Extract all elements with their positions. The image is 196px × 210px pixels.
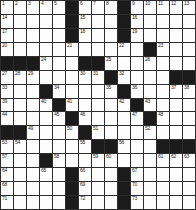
crossword-cell[interactable]: 63 xyxy=(183,154,195,167)
crossword-cell[interactable] xyxy=(40,71,52,84)
crossword-cell[interactable] xyxy=(27,99,39,112)
crossword-cell[interactable] xyxy=(131,126,143,139)
black-cell xyxy=(14,126,26,139)
clue-number: 51 xyxy=(93,126,98,132)
crossword-cell[interactable] xyxy=(53,43,65,56)
crossword-cell[interactable] xyxy=(105,168,117,181)
crossword-cell[interactable]: 42 xyxy=(118,99,130,112)
crossword-cell[interactable]: 65 xyxy=(40,168,52,181)
clue-number: 1 xyxy=(2,1,5,7)
black-cell xyxy=(144,43,156,56)
crossword-cell[interactable] xyxy=(53,15,65,28)
clue-number: 37 xyxy=(171,85,176,91)
crossword-cell[interactable]: 32 xyxy=(118,71,130,84)
crossword-cell[interactable]: 51 xyxy=(92,126,104,139)
crossword-cell[interactable] xyxy=(170,15,182,28)
black-cell xyxy=(40,85,52,98)
crossword-cell[interactable] xyxy=(183,99,195,112)
crossword-cell[interactable]: 8 xyxy=(105,1,117,14)
crossword-cell[interactable] xyxy=(40,140,52,153)
clue-number: 64 xyxy=(2,168,7,174)
clue-number: 31 xyxy=(93,71,98,77)
black-cell xyxy=(157,140,169,153)
crossword-cell[interactable] xyxy=(157,15,169,28)
black-cell xyxy=(66,15,78,28)
clue-number: 55 xyxy=(80,140,85,146)
clue-number: 65 xyxy=(41,168,46,174)
crossword-cell[interactable] xyxy=(92,112,104,125)
crossword-cell[interactable]: 48 xyxy=(157,112,169,125)
crossword-cell[interactable] xyxy=(131,140,143,153)
clue-number: 45 xyxy=(54,112,59,118)
clue-number: 57 xyxy=(2,154,7,160)
crossword-cell[interactable]: 17 xyxy=(1,29,13,42)
crossword-cell[interactable]: 22 xyxy=(118,43,130,56)
crossword-cell[interactable] xyxy=(170,126,182,139)
clue-number: 23 xyxy=(158,43,163,49)
crossword-cell[interactable]: 45 xyxy=(53,112,65,125)
crossword-cell[interactable] xyxy=(27,15,39,28)
black-cell xyxy=(40,154,52,167)
crossword-cell[interactable]: 10 xyxy=(144,1,156,14)
crossword-cell[interactable]: 49 xyxy=(27,126,39,139)
crossword-cell[interactable]: 69 xyxy=(79,182,91,195)
crossword-cell[interactable] xyxy=(170,168,182,181)
crossword-cell[interactable]: 7 xyxy=(92,1,104,14)
black-cell xyxy=(105,140,117,153)
clue-number: 50 xyxy=(67,126,72,132)
crossword-cell[interactable] xyxy=(157,71,169,84)
crossword-cell[interactable] xyxy=(157,85,169,98)
black-cell xyxy=(183,71,195,84)
crossword-cell[interactable] xyxy=(183,43,195,56)
crossword-cell[interactable]: 56 xyxy=(118,140,130,153)
crossword-cell[interactable] xyxy=(183,15,195,28)
black-cell xyxy=(66,112,78,125)
crossword-cell[interactable]: 31 xyxy=(92,71,104,84)
crossword-cell[interactable]: 11 xyxy=(157,1,169,14)
black-cell xyxy=(1,57,13,70)
crossword-cell[interactable] xyxy=(157,196,169,209)
crossword-cell[interactable] xyxy=(40,43,52,56)
black-cell xyxy=(118,29,130,42)
clue-number: 25 xyxy=(106,57,111,63)
clue-number: 28 xyxy=(15,71,20,77)
crossword-cell[interactable] xyxy=(105,196,117,209)
crossword-cell[interactable] xyxy=(79,85,91,98)
crossword-cell[interactable] xyxy=(183,196,195,209)
crossword-cell[interactable]: 18 xyxy=(79,29,91,42)
crossword-cell[interactable] xyxy=(170,43,182,56)
crossword-cell[interactable] xyxy=(183,112,195,125)
crossword-cell[interactable] xyxy=(157,126,169,139)
crossword-cell[interactable] xyxy=(92,168,104,181)
crossword-cell[interactable]: 15 xyxy=(79,15,91,28)
crossword-cell[interactable]: 52 xyxy=(144,126,156,139)
crossword-cell[interactable] xyxy=(170,182,182,195)
crossword-cell[interactable] xyxy=(40,15,52,28)
crossword-grid: 1234567891011121314151617181920212223242… xyxy=(0,0,196,210)
crossword-cell[interactable] xyxy=(183,168,195,181)
crossword-cell[interactable]: 34 xyxy=(53,85,65,98)
crossword-cell[interactable] xyxy=(131,154,143,167)
black-cell xyxy=(66,196,78,209)
crossword-cell[interactable] xyxy=(79,43,91,56)
clue-number: 66 xyxy=(80,168,85,174)
crossword-cell[interactable]: 55 xyxy=(79,140,91,153)
clue-number: 71 xyxy=(2,196,7,202)
black-cell xyxy=(118,15,130,28)
crossword-cell[interactable] xyxy=(27,29,39,42)
clue-number: 69 xyxy=(80,182,85,188)
crossword-cell[interactable]: 29 xyxy=(27,71,39,84)
clue-number: 67 xyxy=(132,168,137,174)
crossword-cell[interactable] xyxy=(170,29,182,42)
crossword-cell[interactable] xyxy=(105,43,117,56)
crossword-cell[interactable] xyxy=(53,196,65,209)
crossword-cell[interactable] xyxy=(14,15,26,28)
clue-number: 12 xyxy=(171,1,176,7)
crossword-cell[interactable]: 64 xyxy=(1,168,13,181)
clue-number: 52 xyxy=(145,126,150,132)
clue-number: 58 xyxy=(54,154,59,160)
crossword-cell[interactable]: 46 xyxy=(79,112,91,125)
crossword-cell[interactable] xyxy=(53,71,65,84)
crossword-cell[interactable] xyxy=(118,154,130,167)
crossword-cell[interactable]: 54 xyxy=(14,140,26,153)
crossword-cell[interactable]: 6 xyxy=(79,1,91,14)
crossword-cell[interactable]: 62 xyxy=(170,154,182,167)
black-cell xyxy=(66,1,78,14)
clue-number: 26 xyxy=(145,57,150,63)
crossword-cell[interactable] xyxy=(53,29,65,42)
clue-number: 72 xyxy=(80,196,85,202)
black-cell xyxy=(1,126,13,139)
clue-number: 49 xyxy=(28,126,33,132)
crossword-cell[interactable] xyxy=(14,182,26,195)
crossword-cell[interactable] xyxy=(27,168,39,181)
clue-number: 41 xyxy=(67,99,72,105)
crossword-cell[interactable] xyxy=(183,29,195,42)
black-cell xyxy=(79,126,91,139)
crossword-cell[interactable]: 67 xyxy=(131,168,143,181)
crossword-cell[interactable]: 72 xyxy=(79,196,91,209)
crossword-cell[interactable] xyxy=(157,182,169,195)
crossword-cell[interactable] xyxy=(131,57,143,70)
crossword-cell[interactable] xyxy=(66,57,78,70)
clue-number: 2 xyxy=(15,1,18,7)
crossword-cell[interactable] xyxy=(14,112,26,125)
crossword-cell[interactable]: 12 xyxy=(170,1,182,14)
clue-number: 15 xyxy=(80,15,85,21)
crossword-cell[interactable]: 1 xyxy=(1,1,13,14)
crossword-cell[interactable]: 43 xyxy=(144,99,156,112)
crossword-cell[interactable] xyxy=(66,140,78,153)
crossword-cell[interactable]: 2 xyxy=(14,1,26,14)
crossword-cell[interactable]: 4 xyxy=(40,1,52,14)
crossword-cell[interactable] xyxy=(144,196,156,209)
crossword-cell[interactable] xyxy=(27,140,39,153)
clue-number: 34 xyxy=(54,85,59,91)
clue-number: 56 xyxy=(119,140,124,146)
crossword-cell[interactable] xyxy=(92,85,104,98)
crossword-cell[interactable] xyxy=(14,154,26,167)
crossword-cell[interactable]: 5 xyxy=(53,1,65,14)
clue-number: 7 xyxy=(93,1,96,7)
clue-number: 59 xyxy=(93,154,98,160)
clue-number: 44 xyxy=(2,112,7,118)
crossword-cell[interactable]: 70 xyxy=(131,182,143,195)
crossword-cell[interactable] xyxy=(27,196,39,209)
clue-number: 46 xyxy=(80,112,85,118)
crossword-cell[interactable] xyxy=(14,85,26,98)
clue-number: 70 xyxy=(132,182,137,188)
crossword-cell[interactable] xyxy=(183,57,195,70)
clue-number: 14 xyxy=(2,15,7,21)
crossword-cell[interactable] xyxy=(14,43,26,56)
clue-number: 42 xyxy=(119,99,124,105)
clue-number: 68 xyxy=(2,182,7,188)
black-cell xyxy=(170,140,182,153)
crossword-cell[interactable] xyxy=(53,57,65,70)
crossword-cell[interactable] xyxy=(118,126,130,139)
clue-number: 19 xyxy=(132,29,137,35)
crossword-cell[interactable]: 24 xyxy=(40,57,52,70)
black-cell xyxy=(53,99,65,112)
crossword-cell[interactable] xyxy=(66,71,78,84)
clue-number: 27 xyxy=(2,71,7,77)
crossword-cell[interactable]: 13 xyxy=(183,1,195,14)
black-cell xyxy=(144,112,156,125)
clue-number: 18 xyxy=(80,29,85,35)
crossword-cell[interactable] xyxy=(144,154,156,167)
black-cell xyxy=(66,29,78,42)
clue-number: 32 xyxy=(119,71,124,77)
crossword-cell[interactable]: 26 xyxy=(144,57,156,70)
crossword-cell[interactable]: 73 xyxy=(131,196,143,209)
crossword-cell[interactable] xyxy=(53,168,65,181)
black-cell xyxy=(118,182,130,195)
crossword-cell[interactable] xyxy=(144,182,156,195)
black-cell xyxy=(92,140,104,153)
crossword-cell[interactable] xyxy=(157,99,169,112)
crossword-cell[interactable] xyxy=(40,126,52,139)
black-cell xyxy=(170,71,182,84)
clue-number: 61 xyxy=(158,154,163,160)
crossword-cell[interactable]: 50 xyxy=(66,126,78,139)
crossword-cell[interactable] xyxy=(183,182,195,195)
clue-number: 8 xyxy=(106,1,109,7)
crossword-cell[interactable] xyxy=(105,15,117,28)
crossword-cell[interactable] xyxy=(183,126,195,139)
crossword-cell[interactable] xyxy=(27,154,39,167)
crossword-cell[interactable] xyxy=(40,196,52,209)
crossword-cell[interactable]: 20 xyxy=(1,43,13,56)
crossword-cell[interactable] xyxy=(105,182,117,195)
clue-number: 5 xyxy=(54,1,57,7)
crossword-cell[interactable] xyxy=(66,154,78,167)
black-cell xyxy=(118,168,130,181)
clue-number: 13 xyxy=(184,1,189,7)
clue-number: 3 xyxy=(28,1,31,7)
crossword-cell[interactable] xyxy=(157,168,169,181)
crossword-cell[interactable] xyxy=(40,182,52,195)
clue-number: 53 xyxy=(2,140,7,146)
crossword-cell[interactable]: 66 xyxy=(79,168,91,181)
crossword-cell[interactable] xyxy=(40,29,52,42)
clue-number: 39 xyxy=(2,99,7,105)
crossword-cell[interactable]: 39 xyxy=(1,99,13,112)
crossword-cell[interactable] xyxy=(144,140,156,153)
black-cell xyxy=(105,71,117,84)
crossword-cell[interactable]: 61 xyxy=(157,154,169,167)
clue-number: 63 xyxy=(184,154,189,160)
black-cell xyxy=(92,57,104,70)
crossword-cell[interactable] xyxy=(105,29,117,42)
crossword-cell[interactable]: 68 xyxy=(1,182,13,195)
crossword-cell[interactable]: 30 xyxy=(79,71,91,84)
crossword-cell[interactable] xyxy=(157,57,169,70)
clue-number: 16 xyxy=(132,15,137,21)
crossword-cell[interactable] xyxy=(144,71,156,84)
crossword-cell[interactable]: 71 xyxy=(1,196,13,209)
crossword-cell[interactable] xyxy=(105,99,117,112)
black-cell xyxy=(14,57,26,70)
clue-number: 21 xyxy=(67,43,72,49)
crossword-cell[interactable] xyxy=(53,126,65,139)
black-cell xyxy=(27,57,39,70)
crossword-cell[interactable]: 14 xyxy=(1,15,13,28)
crossword-cell[interactable] xyxy=(92,43,104,56)
crossword-cell[interactable] xyxy=(40,112,52,125)
crossword-cell[interactable]: 58 xyxy=(53,154,65,167)
black-cell xyxy=(66,168,78,181)
clue-number: 33 xyxy=(2,85,7,91)
clue-number: 62 xyxy=(171,154,176,160)
crossword-cell[interactable] xyxy=(92,15,104,28)
clue-number: 38 xyxy=(184,85,189,91)
clue-number: 4 xyxy=(41,1,44,7)
crossword-cell[interactable] xyxy=(144,168,156,181)
crossword-cell[interactable]: 59 xyxy=(92,154,104,167)
crossword-cell[interactable] xyxy=(14,29,26,42)
crossword-cell[interactable]: 57 xyxy=(1,154,13,167)
crossword-cell[interactable] xyxy=(27,85,39,98)
crossword-cell[interactable]: 38 xyxy=(183,85,195,98)
crossword-cell[interactable]: 60 xyxy=(105,154,117,167)
crossword-cell[interactable] xyxy=(170,57,182,70)
crossword-cell[interactable] xyxy=(170,99,182,112)
crossword-cell[interactable]: 37 xyxy=(170,85,182,98)
crossword-cell[interactable]: 16 xyxy=(131,15,143,28)
crossword-cell[interactable] xyxy=(79,99,91,112)
clue-number: 29 xyxy=(28,71,33,77)
crossword-cell[interactable] xyxy=(144,29,156,42)
crossword-cell[interactable] xyxy=(27,182,39,195)
clue-number: 20 xyxy=(2,43,7,49)
crossword-cell[interactable] xyxy=(14,168,26,181)
crossword-cell[interactable] xyxy=(14,99,26,112)
crossword-cell[interactable] xyxy=(66,85,78,98)
crossword-cell[interactable] xyxy=(131,71,143,84)
crossword-cell[interactable] xyxy=(170,196,182,209)
crossword-cell[interactable] xyxy=(79,154,91,167)
clue-number: 40 xyxy=(41,99,46,105)
crossword-cell[interactable]: 35 xyxy=(105,85,117,98)
clue-number: 60 xyxy=(106,154,111,160)
crossword-cell[interactable] xyxy=(118,57,130,70)
crossword-cell[interactable]: 53 xyxy=(1,140,13,153)
crossword-cell[interactable] xyxy=(92,196,104,209)
crossword-cell[interactable] xyxy=(92,99,104,112)
crossword-cell[interactable] xyxy=(92,29,104,42)
clue-number: 54 xyxy=(15,140,20,146)
crossword-cell[interactable]: 25 xyxy=(105,57,117,70)
clue-number: 36 xyxy=(132,85,137,91)
crossword-cell[interactable] xyxy=(92,182,104,195)
crossword-cell[interactable] xyxy=(144,15,156,28)
clue-number: 43 xyxy=(145,99,150,105)
black-cell xyxy=(131,99,143,112)
crossword-cell[interactable] xyxy=(14,196,26,209)
crossword-cell[interactable]: 3 xyxy=(27,1,39,14)
clue-number: 11 xyxy=(158,1,163,7)
clue-number: 6 xyxy=(80,1,83,7)
crossword-cell[interactable]: 33 xyxy=(1,85,13,98)
clue-number: 10 xyxy=(145,1,150,7)
crossword-cell[interactable] xyxy=(27,43,39,56)
black-cell xyxy=(183,140,195,153)
black-cell xyxy=(66,182,78,195)
crossword-cell[interactable] xyxy=(157,29,169,42)
crossword-cell[interactable] xyxy=(131,43,143,56)
crossword-cell[interactable] xyxy=(27,112,39,125)
crossword-cell[interactable]: 47 xyxy=(131,112,143,125)
crossword-cell[interactable]: 19 xyxy=(131,29,143,42)
clue-number: 22 xyxy=(119,43,124,49)
crossword-cell[interactable]: 23 xyxy=(157,43,169,56)
crossword-cell[interactable] xyxy=(53,182,65,195)
black-cell xyxy=(79,57,91,70)
crossword-cell[interactable]: 44 xyxy=(1,112,13,125)
black-cell xyxy=(118,85,130,98)
crossword-cell[interactable] xyxy=(144,85,156,98)
crossword-cell[interactable] xyxy=(53,140,65,153)
black-cell xyxy=(118,1,130,14)
clue-number: 17 xyxy=(2,29,7,35)
crossword-cell[interactable]: 41 xyxy=(66,99,78,112)
crossword-cell[interactable]: 28 xyxy=(14,71,26,84)
crossword-cell[interactable] xyxy=(170,112,182,125)
crossword-cell[interactable]: 21 xyxy=(66,43,78,56)
clue-number: 47 xyxy=(132,112,137,118)
clue-number: 35 xyxy=(106,85,111,91)
crossword-cell[interactable]: 36 xyxy=(131,85,143,98)
clue-number: 73 xyxy=(132,196,137,202)
black-cell xyxy=(118,196,130,209)
crossword-cell[interactable] xyxy=(118,112,130,125)
crossword-cell[interactable] xyxy=(105,126,117,139)
clue-number: 30 xyxy=(80,71,85,77)
crossword-cell[interactable]: 9 xyxy=(131,1,143,14)
crossword-cell[interactable] xyxy=(105,112,117,125)
clue-number: 9 xyxy=(132,1,135,7)
crossword-cell[interactable]: 40 xyxy=(40,99,52,112)
clue-number: 48 xyxy=(158,112,163,118)
clue-number: 24 xyxy=(41,57,46,63)
crossword-cell[interactable]: 27 xyxy=(1,71,13,84)
